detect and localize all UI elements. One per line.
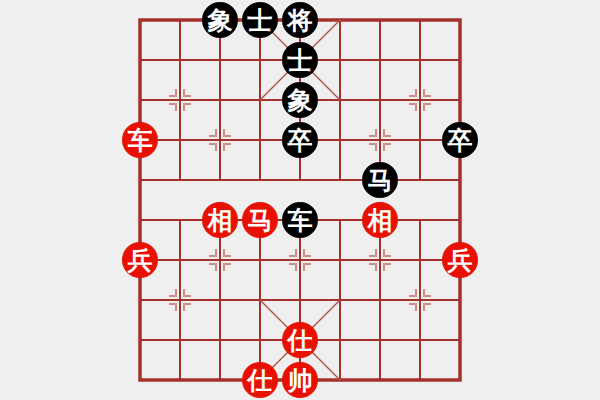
red-general[interactable]: 帅: [282, 362, 318, 398]
black-chariot[interactable]: 车: [282, 202, 318, 238]
black-advisor[interactable]: 士: [282, 42, 318, 78]
red-elephant[interactable]: 相: [362, 202, 398, 238]
xiangqi-board[interactable]: 象士将士象车卒卒马相马车相兵兵仕仕帅: [120, 0, 480, 400]
red-advisor[interactable]: 仕: [242, 362, 278, 398]
red-advisor[interactable]: 仕: [282, 322, 318, 358]
red-elephant[interactable]: 相: [202, 202, 238, 238]
red-soldier[interactable]: 兵: [442, 242, 478, 278]
black-soldier[interactable]: 卒: [442, 122, 478, 158]
xiangqi-app: 象士将士象车卒卒马相马车相兵兵仕仕帅: [0, 0, 600, 400]
red-horse[interactable]: 马: [242, 202, 278, 238]
red-chariot[interactable]: 车: [122, 122, 158, 158]
black-soldier[interactable]: 卒: [282, 122, 318, 158]
black-elephant[interactable]: 象: [202, 2, 238, 38]
black-horse[interactable]: 马: [362, 162, 398, 198]
red-soldier[interactable]: 兵: [122, 242, 158, 278]
black-advisor[interactable]: 士: [242, 2, 278, 38]
black-general[interactable]: 将: [282, 2, 318, 38]
black-elephant[interactable]: 象: [282, 82, 318, 118]
